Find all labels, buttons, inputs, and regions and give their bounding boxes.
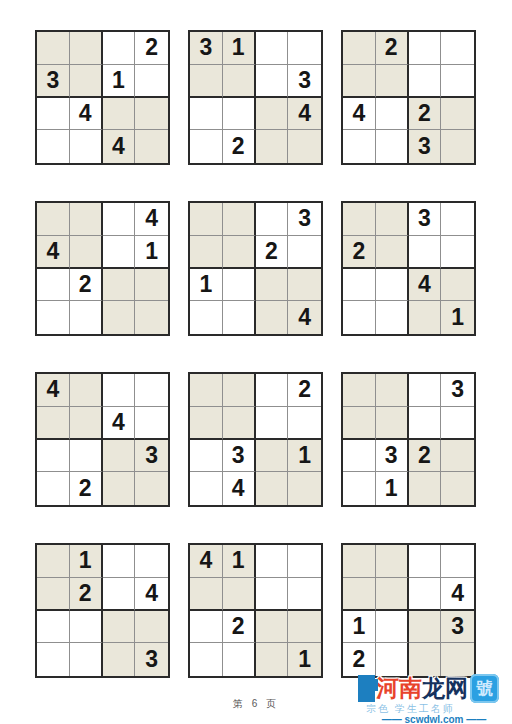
sudoku-cell: 1 — [288, 643, 321, 676]
sudoku-cell — [70, 407, 103, 440]
sudoku-cell — [343, 301, 376, 334]
sudoku-cell — [376, 236, 409, 269]
sudoku-cell: 3 — [135, 440, 168, 473]
sudoku-cell — [441, 65, 474, 98]
sudoku-cell — [223, 269, 256, 302]
sudoku-cell: 1 — [343, 611, 376, 644]
sudoku-cell — [37, 545, 70, 578]
sudoku-cell — [135, 301, 168, 334]
sudoku-board-1: 23144 — [35, 30, 170, 165]
sudoku-cell — [103, 301, 136, 334]
sudoku-cell — [409, 374, 442, 407]
sudoku-cell: 3 — [37, 65, 70, 98]
sudoku-cell — [190, 130, 223, 163]
sudoku-board-5: 3214 — [188, 201, 323, 336]
sudoku-cell — [343, 578, 376, 611]
sudoku-cell — [103, 611, 136, 644]
sudoku-board-11: 4121 — [188, 543, 323, 678]
sudoku-cell: 4 — [409, 269, 442, 302]
sudoku-cell: 4 — [441, 578, 474, 611]
sudoku-board-9: 3321 — [341, 372, 476, 507]
sudoku-cell — [343, 269, 376, 302]
sudoku-cell: 4 — [223, 472, 256, 505]
sudoku-cell: 2 — [343, 643, 376, 676]
sudoku-cell — [190, 472, 223, 505]
sudoku-cell — [376, 407, 409, 440]
sudoku-cell — [256, 301, 289, 334]
sudoku-cell — [441, 203, 474, 236]
sudoku-board-3: 2423 — [341, 30, 476, 165]
sudoku-cell: 3 — [288, 203, 321, 236]
sudoku-cell: 1 — [223, 32, 256, 65]
sudoku-cell — [190, 407, 223, 440]
sudoku-cell — [70, 643, 103, 676]
sudoku-cell — [103, 545, 136, 578]
sudoku-cell — [288, 236, 321, 269]
sudoku-cell — [190, 611, 223, 644]
sudoku-cell — [190, 643, 223, 676]
sudoku-cell — [343, 374, 376, 407]
sudoku-cell: 2 — [288, 374, 321, 407]
sudoku-cell — [135, 130, 168, 163]
sudoku-cell — [223, 203, 256, 236]
sudoku-cell: 4 — [288, 98, 321, 131]
sudoku-cell — [103, 472, 136, 505]
sudoku-cell — [70, 374, 103, 407]
sudoku-cell — [190, 374, 223, 407]
sudoku-cell — [103, 32, 136, 65]
sudoku-cell — [441, 269, 474, 302]
sudoku-cell — [288, 578, 321, 611]
sudoku-cell — [409, 301, 442, 334]
sudoku-cell: 1 — [135, 236, 168, 269]
sudoku-cell — [256, 32, 289, 65]
sudoku-cell — [223, 643, 256, 676]
sudoku-cell: 4 — [103, 130, 136, 163]
sudoku-cell: 2 — [70, 472, 103, 505]
sudoku-cell — [288, 130, 321, 163]
sudoku-cell — [135, 545, 168, 578]
sudoku-cell — [223, 98, 256, 131]
sudoku-cell: 4 — [190, 545, 223, 578]
sudoku-cell — [409, 472, 442, 505]
sudoku-board-2: 31342 — [188, 30, 323, 165]
sudoku-cell: 2 — [70, 578, 103, 611]
sudoku-cell — [256, 440, 289, 473]
sudoku-board-4: 4412 — [35, 201, 170, 336]
sudoku-cell — [256, 203, 289, 236]
sudoku-cell: 2 — [223, 130, 256, 163]
sudoku-cell — [256, 98, 289, 131]
sudoku-cell: 3 — [223, 440, 256, 473]
sudoku-cell — [288, 32, 321, 65]
sudoku-cell — [103, 98, 136, 131]
sudoku-cell — [409, 643, 442, 676]
sudoku-cell — [288, 407, 321, 440]
sudoku-board-12: 4132 — [341, 543, 476, 678]
sudoku-cell — [343, 440, 376, 473]
sudoku-cell — [190, 98, 223, 131]
sudoku-cell — [376, 203, 409, 236]
sudoku-cell — [135, 374, 168, 407]
sudoku-board-10: 1243 — [35, 543, 170, 678]
sudoku-cell — [256, 269, 289, 302]
sudoku-cell: 1 — [190, 269, 223, 302]
sudoku-cell — [376, 301, 409, 334]
sudoku-cell: 4 — [37, 374, 70, 407]
sudoku-cell — [343, 472, 376, 505]
sudoku-cell — [441, 32, 474, 65]
sudoku-cell: 3 — [376, 440, 409, 473]
sudoku-cell — [256, 472, 289, 505]
sudoku-cell — [441, 545, 474, 578]
sudoku-cell — [441, 130, 474, 163]
sudoku-cell: 4 — [70, 98, 103, 131]
sudoku-cell — [223, 236, 256, 269]
sudoku-cell — [70, 236, 103, 269]
sudoku-cell — [70, 301, 103, 334]
sudoku-cell — [103, 269, 136, 302]
sudoku-cell — [409, 578, 442, 611]
sudoku-cell: 3 — [409, 203, 442, 236]
sudoku-cell — [135, 472, 168, 505]
sudoku-cell — [190, 65, 223, 98]
sudoku-cell — [135, 98, 168, 131]
sudoku-cell: 2 — [70, 269, 103, 302]
sudoku-cell — [256, 611, 289, 644]
sudoku-cell — [37, 611, 70, 644]
sudoku-cell — [103, 236, 136, 269]
sudoku-cell — [256, 374, 289, 407]
sudoku-cell: 4 — [288, 301, 321, 334]
sudoku-cell — [288, 269, 321, 302]
sudoku-cell — [37, 440, 70, 473]
sudoku-cell: 3 — [135, 643, 168, 676]
sudoku-cell: 3 — [288, 65, 321, 98]
sudoku-cell — [376, 578, 409, 611]
sudoku-cell — [288, 545, 321, 578]
sudoku-cell — [376, 130, 409, 163]
sudoku-cell — [343, 545, 376, 578]
sudoku-cell: 2 — [376, 32, 409, 65]
sudoku-cell — [190, 236, 223, 269]
sudoku-cell: 4 — [135, 203, 168, 236]
sudoku-cell: 4 — [37, 236, 70, 269]
sudoku-cell — [343, 65, 376, 98]
sudoku-cell — [70, 32, 103, 65]
sudoku-cell — [37, 98, 70, 131]
sudoku-cell — [441, 407, 474, 440]
sudoku-cell: 3 — [441, 611, 474, 644]
sudoku-cell: 3 — [409, 130, 442, 163]
sudoku-cell — [37, 269, 70, 302]
sudoku-cell — [135, 407, 168, 440]
sudoku-cell: 4 — [103, 407, 136, 440]
sudoku-cell — [190, 203, 223, 236]
sudoku-cell: 1 — [441, 301, 474, 334]
sudoku-worksheet: 2314431342242344123214324144322314332112… — [35, 30, 476, 678]
sudoku-cell — [135, 269, 168, 302]
sudoku-cell — [37, 301, 70, 334]
page-number: 第 6 页 — [0, 697, 512, 711]
sudoku-cell — [256, 578, 289, 611]
sudoku-cell — [103, 374, 136, 407]
sudoku-cell: 4 — [135, 578, 168, 611]
sudoku-cell: 2 — [135, 32, 168, 65]
sudoku-cell — [256, 130, 289, 163]
sudoku-cell — [135, 611, 168, 644]
sudoku-cell — [70, 440, 103, 473]
sudoku-cell — [343, 407, 376, 440]
sudoku-cell: 1 — [223, 545, 256, 578]
sudoku-cell — [409, 32, 442, 65]
sudoku-cell — [441, 440, 474, 473]
sudoku-cell — [343, 32, 376, 65]
sudoku-cell — [70, 65, 103, 98]
sudoku-board-7: 4432 — [35, 372, 170, 507]
sudoku-cell — [409, 545, 442, 578]
sudoku-cell — [376, 65, 409, 98]
sudoku-cell: 1 — [376, 472, 409, 505]
sudoku-cell — [135, 65, 168, 98]
sudoku-cell — [376, 545, 409, 578]
sudoku-cell — [37, 472, 70, 505]
sudoku-cell — [103, 440, 136, 473]
sudoku-cell — [37, 643, 70, 676]
sudoku-cell — [343, 130, 376, 163]
sudoku-cell — [376, 269, 409, 302]
sudoku-cell — [376, 374, 409, 407]
sudoku-cell: 4 — [343, 98, 376, 131]
sudoku-cell — [288, 472, 321, 505]
sudoku-cell: 2 — [343, 236, 376, 269]
sudoku-cell — [223, 65, 256, 98]
sudoku-cell — [256, 545, 289, 578]
sudoku-cell — [190, 578, 223, 611]
sudoku-cell — [190, 440, 223, 473]
sudoku-cell — [37, 203, 70, 236]
sudoku-cell: 1 — [103, 65, 136, 98]
sudoku-cell — [288, 611, 321, 644]
sudoku-board-6: 3241 — [341, 201, 476, 336]
sudoku-cell — [223, 301, 256, 334]
sudoku-cell — [70, 203, 103, 236]
sudoku-cell — [70, 611, 103, 644]
sudoku-cell: 2 — [223, 611, 256, 644]
sudoku-cell — [103, 578, 136, 611]
sudoku-cell — [103, 203, 136, 236]
sudoku-cell — [70, 130, 103, 163]
sudoku-cell — [441, 472, 474, 505]
sudoku-cell — [409, 611, 442, 644]
sudoku-cell — [37, 32, 70, 65]
sudoku-cell — [223, 578, 256, 611]
sudoku-cell — [376, 643, 409, 676]
sudoku-cell — [409, 407, 442, 440]
sudoku-cell — [441, 643, 474, 676]
sudoku-cell: 2 — [256, 236, 289, 269]
sudoku-cell — [409, 236, 442, 269]
sudoku-cell: 1 — [288, 440, 321, 473]
sudoku-cell — [256, 65, 289, 98]
sudoku-cell — [343, 203, 376, 236]
watermark-domain: —— scwdwl.com —— — [358, 714, 510, 724]
sudoku-cell: 3 — [190, 32, 223, 65]
sudoku-cell — [223, 407, 256, 440]
sudoku-cell — [409, 65, 442, 98]
sudoku-cell — [37, 130, 70, 163]
sudoku-cell — [37, 407, 70, 440]
sudoku-cell — [103, 643, 136, 676]
sudoku-cell: 3 — [441, 374, 474, 407]
sudoku-cell — [376, 98, 409, 131]
sudoku-cell — [441, 236, 474, 269]
sudoku-cell — [223, 374, 256, 407]
sudoku-cell — [256, 407, 289, 440]
sudoku-cell: 2 — [409, 98, 442, 131]
sudoku-cell — [376, 611, 409, 644]
sudoku-cell — [37, 578, 70, 611]
sudoku-cell — [256, 643, 289, 676]
sudoku-board-8: 2314 — [188, 372, 323, 507]
sudoku-cell: 1 — [70, 545, 103, 578]
sudoku-cell — [441, 98, 474, 131]
sudoku-cell — [190, 301, 223, 334]
sudoku-cell: 2 — [409, 440, 442, 473]
